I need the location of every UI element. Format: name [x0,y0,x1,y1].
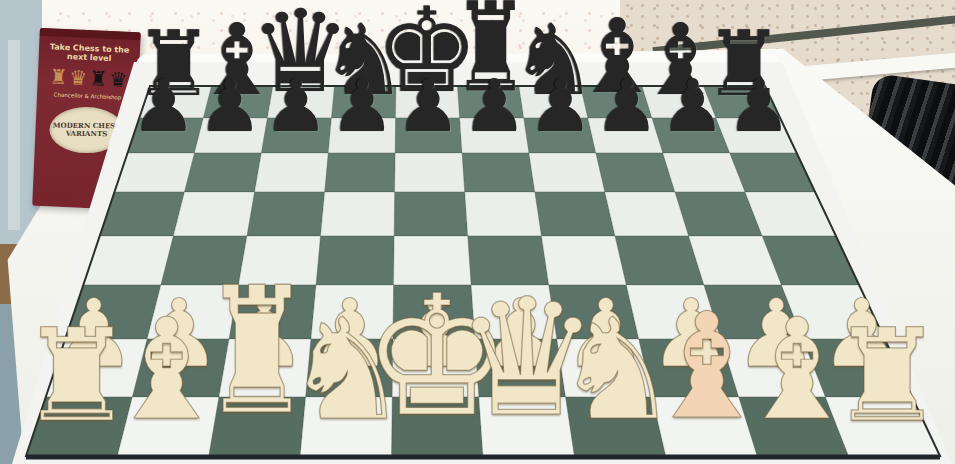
square-d6[interactable] [325,153,396,192]
black-pawn-f7[interactable]: ♟ [462,70,527,143]
square-d5[interactable] [321,192,395,236]
square-h4[interactable] [615,236,704,285]
square-e5[interactable] [394,192,468,236]
square-g5[interactable] [535,192,615,236]
black-pawn-j7[interactable]: ♟ [726,70,791,143]
square-h5[interactable] [605,192,689,236]
black-pawn-h7[interactable]: ♟ [594,70,659,143]
black-pawn-d7[interactable]: ♟ [330,70,395,143]
black-pawn-c7[interactable]: ♟ [264,70,329,143]
square-e6[interactable] [395,153,465,192]
black-pawn-e7[interactable]: ♟ [396,70,461,143]
square-f6[interactable] [462,153,535,192]
black-pawn-g7[interactable]: ♟ [528,70,593,143]
square-c5[interactable] [247,192,325,236]
black-pawn-a7[interactable]: ♟ [131,70,196,143]
white-rook-j1[interactable]: ♜ [830,312,945,440]
square-h6[interactable] [596,153,675,192]
square-b5[interactable] [173,192,254,236]
square-f5[interactable] [465,192,542,236]
black-pawn-b7[interactable]: ♟ [197,70,262,143]
square-c6[interactable] [255,153,329,192]
black-pawn-i7[interactable]: ♟ [660,70,725,143]
square-b6[interactable] [185,153,262,192]
square-g6[interactable] [529,153,605,192]
